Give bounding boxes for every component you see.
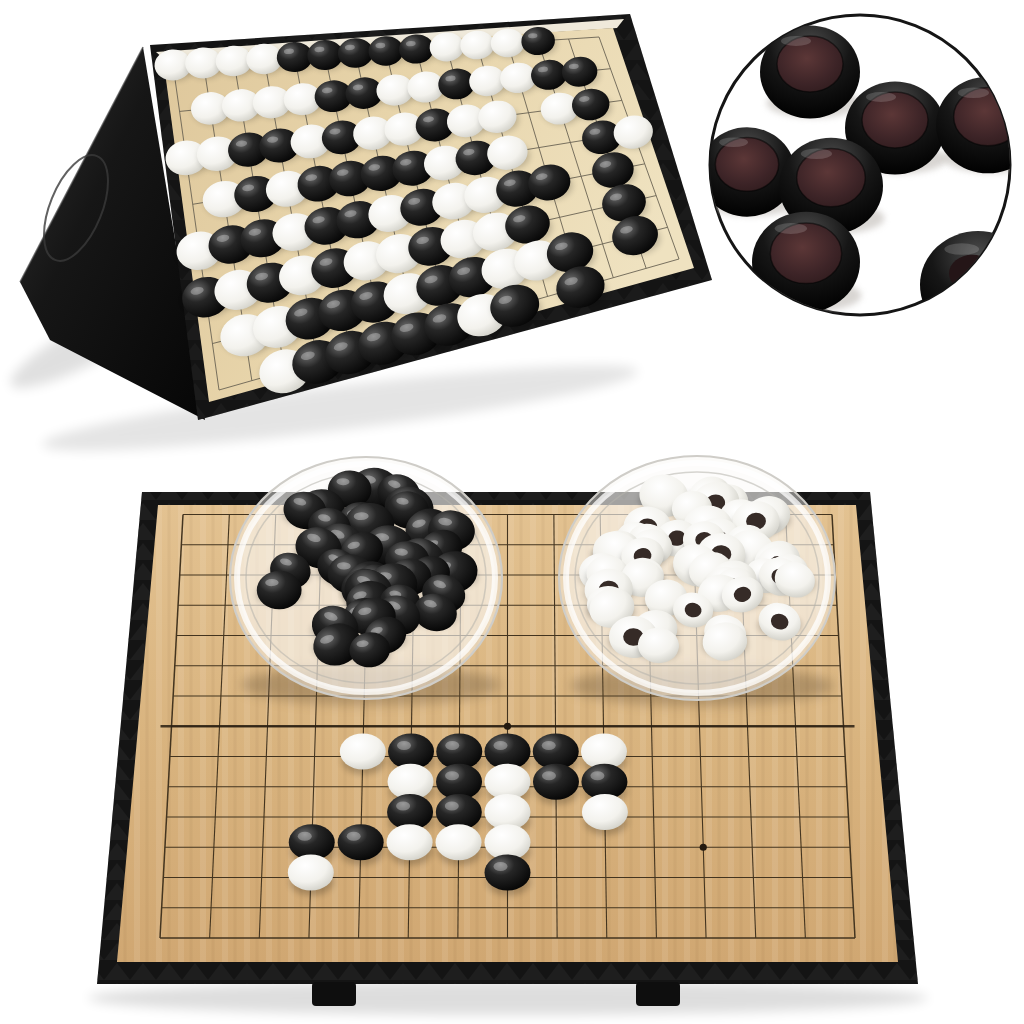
go-stone-black: [485, 855, 531, 896]
product-photo-scene: [0, 0, 1024, 1024]
magnified-inset: [699, 15, 1024, 339]
folded-go-board: [20, 14, 712, 420]
go-stone-white: [288, 855, 334, 896]
star-point: [504, 723, 511, 730]
board-foot-tab: [636, 982, 680, 1006]
go-stone-white: [582, 794, 628, 835]
star-point: [700, 844, 707, 851]
go-stone-white: [436, 824, 482, 865]
board-foot-tab: [312, 982, 356, 1006]
go-stone-black: [533, 764, 579, 805]
go-set-illustration: [0, 0, 1024, 1024]
go-stone-white: [387, 824, 433, 865]
main-go-board: [97, 456, 918, 1006]
go-stone-white: [340, 734, 386, 775]
go-stone-black: [338, 824, 384, 865]
